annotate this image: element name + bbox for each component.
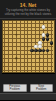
next-problem-button[interactable]: Next Problem — [30, 84, 54, 92]
instructions-text: Try capturing the white stones by utiliz… — [0, 9, 56, 16]
header-divider — [0, 18, 56, 19]
previous-problem-button[interactable]: Previous Problem — [3, 84, 27, 92]
black-stone — [38, 49, 42, 53]
previous-problem-label-line2: Problem — [10, 88, 20, 91]
page-title: 14. Net — [0, 0, 56, 8]
black-stone — [46, 37, 50, 41]
instructions-line-2: utilizing the net by the black stones — [0, 13, 56, 17]
bottom-button-row: Previous Problem Next Problem — [0, 84, 56, 92]
next-problem-label-line2: Problem — [36, 88, 46, 91]
ad-banner[interactable] — [0, 93, 56, 101]
board-cell-13-13[interactable] — [50, 68, 54, 72]
go-board — [2, 20, 55, 73]
go-board-grid[interactable] — [3, 21, 54, 72]
black-stone — [50, 41, 54, 45]
app-screen: 14. Net Try capturing the white stones b… — [0, 0, 56, 100]
